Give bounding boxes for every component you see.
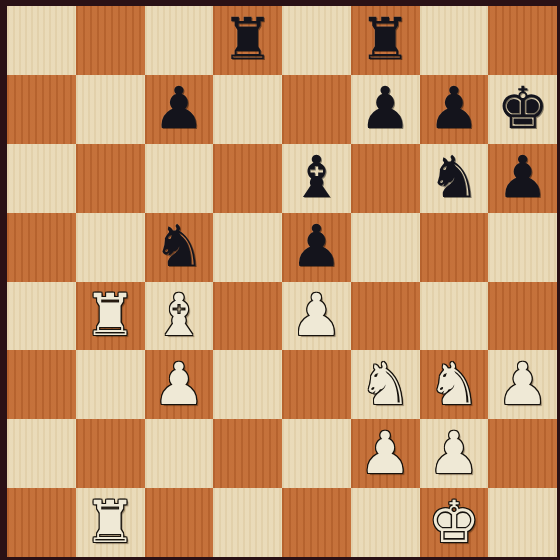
square-c4[interactable]: ♝ [145, 282, 214, 351]
square-d2[interactable] [213, 419, 282, 488]
square-d1[interactable] [213, 488, 282, 557]
square-e4[interactable]: ♟ [282, 282, 351, 351]
square-e3[interactable] [282, 350, 351, 419]
square-h2[interactable] [488, 419, 557, 488]
square-e5[interactable]: ♟ [282, 213, 351, 282]
square-g1[interactable]: ♚ [420, 488, 489, 557]
square-g8[interactable] [420, 6, 489, 75]
square-e1[interactable] [282, 488, 351, 557]
white-rook[interactable]: ♜ [84, 286, 136, 344]
white-pawn[interactable]: ♟ [497, 355, 549, 413]
square-f3[interactable]: ♞ [351, 350, 420, 419]
square-d7[interactable] [213, 75, 282, 144]
square-g2[interactable]: ♟ [420, 419, 489, 488]
white-pawn[interactable]: ♟ [290, 286, 342, 344]
square-g6[interactable]: ♞ [420, 144, 489, 213]
square-h1[interactable] [488, 488, 557, 557]
square-f1[interactable] [351, 488, 420, 557]
square-a2[interactable] [7, 419, 76, 488]
black-knight[interactable]: ♞ [428, 148, 480, 206]
square-a4[interactable] [7, 282, 76, 351]
black-pawn[interactable]: ♟ [290, 217, 342, 275]
square-c3[interactable]: ♟ [145, 350, 214, 419]
square-f7[interactable]: ♟ [351, 75, 420, 144]
white-bishop[interactable]: ♝ [153, 286, 205, 344]
square-d5[interactable] [213, 213, 282, 282]
black-knight[interactable]: ♞ [153, 217, 205, 275]
black-pawn[interactable]: ♟ [359, 79, 411, 137]
square-d6[interactable] [213, 144, 282, 213]
square-b2[interactable] [76, 419, 145, 488]
white-rook[interactable]: ♜ [84, 493, 136, 551]
square-a7[interactable] [7, 75, 76, 144]
white-pawn[interactable]: ♟ [428, 424, 480, 482]
square-h3[interactable]: ♟ [488, 350, 557, 419]
square-g7[interactable]: ♟ [420, 75, 489, 144]
square-b3[interactable] [76, 350, 145, 419]
square-f6[interactable] [351, 144, 420, 213]
chess-board: ♜♜♟♟♟♚♝♞♟♞♟♜♝♟♟♞♞♟♟♟♜♚ [7, 6, 557, 557]
square-b8[interactable] [76, 6, 145, 75]
black-king[interactable]: ♚ [497, 79, 549, 137]
square-a1[interactable] [7, 488, 76, 557]
square-h5[interactable] [488, 213, 557, 282]
square-c1[interactable] [145, 488, 214, 557]
square-e7[interactable] [282, 75, 351, 144]
square-g5[interactable] [420, 213, 489, 282]
square-a5[interactable] [7, 213, 76, 282]
square-c5[interactable]: ♞ [145, 213, 214, 282]
square-d4[interactable] [213, 282, 282, 351]
square-c7[interactable]: ♟ [145, 75, 214, 144]
white-pawn[interactable]: ♟ [359, 424, 411, 482]
black-rook[interactable]: ♜ [222, 10, 274, 68]
square-b6[interactable] [76, 144, 145, 213]
square-a8[interactable] [7, 6, 76, 75]
white-knight[interactable]: ♞ [428, 355, 480, 413]
square-b7[interactable] [76, 75, 145, 144]
square-a6[interactable] [7, 144, 76, 213]
square-b4[interactable]: ♜ [76, 282, 145, 351]
square-g4[interactable] [420, 282, 489, 351]
black-pawn[interactable]: ♟ [428, 79, 480, 137]
board-frame: ♜♜♟♟♟♚♝♞♟♞♟♜♝♟♟♞♞♟♟♟♜♚ [0, 0, 560, 560]
square-h4[interactable] [488, 282, 557, 351]
white-knight[interactable]: ♞ [359, 355, 411, 413]
square-b5[interactable] [76, 213, 145, 282]
black-pawn[interactable]: ♟ [497, 148, 549, 206]
square-e6[interactable]: ♝ [282, 144, 351, 213]
square-c6[interactable] [145, 144, 214, 213]
square-e2[interactable] [282, 419, 351, 488]
square-c2[interactable] [145, 419, 214, 488]
square-d8[interactable]: ♜ [213, 6, 282, 75]
white-king[interactable]: ♚ [428, 493, 480, 551]
square-f4[interactable] [351, 282, 420, 351]
black-bishop[interactable]: ♝ [290, 148, 342, 206]
white-pawn[interactable]: ♟ [153, 355, 205, 413]
square-h8[interactable] [488, 6, 557, 75]
square-d3[interactable] [213, 350, 282, 419]
square-b1[interactable]: ♜ [76, 488, 145, 557]
square-c8[interactable] [145, 6, 214, 75]
square-a3[interactable] [7, 350, 76, 419]
square-f5[interactable] [351, 213, 420, 282]
square-f2[interactable]: ♟ [351, 419, 420, 488]
square-g3[interactable]: ♞ [420, 350, 489, 419]
square-h7[interactable]: ♚ [488, 75, 557, 144]
square-h6[interactable]: ♟ [488, 144, 557, 213]
square-e8[interactable] [282, 6, 351, 75]
black-pawn[interactable]: ♟ [153, 79, 205, 137]
square-f8[interactable]: ♜ [351, 6, 420, 75]
black-rook[interactable]: ♜ [359, 10, 411, 68]
